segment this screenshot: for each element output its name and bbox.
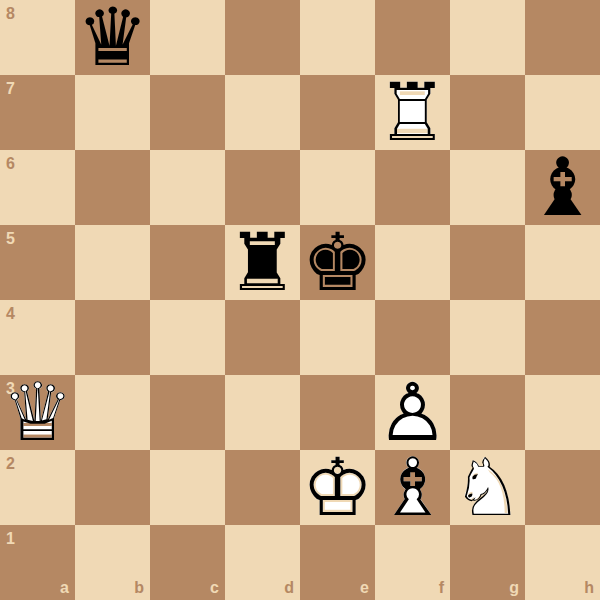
square-d2[interactable] [225,450,300,525]
black-queen-glyph: ♛ [75,0,150,75]
white-king-outline: ♔ [300,450,375,525]
square-a8[interactable]: 8 [0,0,75,75]
square-h5[interactable] [525,225,600,300]
white-bishop[interactable]: ♝♗ [375,450,450,525]
square-c7[interactable] [150,75,225,150]
white-bishop-outline: ♗ [375,450,450,525]
rank-label-8: 8 [6,6,15,22]
rank-label-7: 7 [6,81,15,97]
square-e5[interactable]: ♚ [300,225,375,300]
square-b2[interactable] [75,450,150,525]
square-c2[interactable] [150,450,225,525]
file-label-d: d [284,580,294,596]
rank-label-4: 4 [6,306,15,322]
white-king[interactable]: ♚♔ [300,450,375,525]
chess-board: 8♛7♜♖6♝5♜♚43♛♕♟♙2♚♔♝♗♞♘1abcdefgh [0,0,600,600]
square-d8[interactable] [225,0,300,75]
rank-label-1: 1 [6,531,15,547]
square-g6[interactable] [450,150,525,225]
white-knight-outline: ♘ [450,450,525,525]
black-bishop-glyph: ♝ [525,150,600,225]
square-c3[interactable] [150,375,225,450]
square-h8[interactable] [525,0,600,75]
square-f2[interactable]: ♝♗ [375,450,450,525]
square-g4[interactable] [450,300,525,375]
square-h1[interactable]: h [525,525,600,600]
square-c1[interactable]: c [150,525,225,600]
square-f6[interactable] [375,150,450,225]
square-d3[interactable] [225,375,300,450]
square-e6[interactable] [300,150,375,225]
square-h7[interactable] [525,75,600,150]
square-f7[interactable]: ♜♖ [375,75,450,150]
square-c5[interactable] [150,225,225,300]
square-b8[interactable]: ♛ [75,0,150,75]
white-queen-outline: ♕ [0,375,75,450]
square-c4[interactable] [150,300,225,375]
square-f5[interactable] [375,225,450,300]
square-f4[interactable] [375,300,450,375]
square-h3[interactable] [525,375,600,450]
square-b3[interactable] [75,375,150,450]
square-f3[interactable]: ♟♙ [375,375,450,450]
square-c8[interactable] [150,0,225,75]
rank-label-5: 5 [6,231,15,247]
square-d6[interactable] [225,150,300,225]
square-a5[interactable]: 5 [0,225,75,300]
square-f1[interactable]: f [375,525,450,600]
square-d4[interactable] [225,300,300,375]
square-h4[interactable] [525,300,600,375]
white-pawn-outline: ♙ [375,375,450,450]
square-e8[interactable] [300,0,375,75]
square-b4[interactable] [75,300,150,375]
black-king-glyph: ♚ [300,225,375,300]
file-label-e: e [360,580,369,596]
square-d5[interactable]: ♜ [225,225,300,300]
square-e7[interactable] [300,75,375,150]
black-king[interactable]: ♚ [300,225,375,300]
square-g8[interactable] [450,0,525,75]
square-e3[interactable] [300,375,375,450]
square-g3[interactable] [450,375,525,450]
square-a3[interactable]: 3♛♕ [0,375,75,450]
black-queen[interactable]: ♛ [75,0,150,75]
square-a7[interactable]: 7 [0,75,75,150]
square-b1[interactable]: b [75,525,150,600]
square-a1[interactable]: 1a [0,525,75,600]
square-c6[interactable] [150,150,225,225]
square-f8[interactable] [375,0,450,75]
black-bishop[interactable]: ♝ [525,150,600,225]
file-label-b: b [134,580,144,596]
square-h2[interactable] [525,450,600,525]
black-rook[interactable]: ♜ [225,225,300,300]
file-label-a: a [60,580,69,596]
square-a4[interactable]: 4 [0,300,75,375]
square-b5[interactable] [75,225,150,300]
file-label-g: g [509,580,519,596]
square-b7[interactable] [75,75,150,150]
square-a6[interactable]: 6 [0,150,75,225]
square-d1[interactable]: d [225,525,300,600]
square-e4[interactable] [300,300,375,375]
black-rook-glyph: ♜ [225,225,300,300]
white-queen[interactable]: ♛♕ [0,375,75,450]
square-g5[interactable] [450,225,525,300]
square-b6[interactable] [75,150,150,225]
white-rook-outline: ♖ [375,75,450,150]
square-e2[interactable]: ♚♔ [300,450,375,525]
square-g1[interactable]: g [450,525,525,600]
square-h6[interactable]: ♝ [525,150,600,225]
white-rook[interactable]: ♜♖ [375,75,450,150]
white-pawn[interactable]: ♟♙ [375,375,450,450]
square-g2[interactable]: ♞♘ [450,450,525,525]
square-e1[interactable]: e [300,525,375,600]
square-d7[interactable] [225,75,300,150]
square-g7[interactable] [450,75,525,150]
file-label-f: f [439,580,444,596]
square-a2[interactable]: 2 [0,450,75,525]
file-label-h: h [584,580,594,596]
white-knight[interactable]: ♞♘ [450,450,525,525]
file-label-c: c [210,580,219,596]
rank-label-6: 6 [6,156,15,172]
